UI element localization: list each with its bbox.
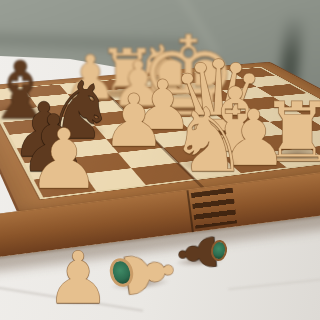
piece-white-pawn-a1[interactable]: ♟ xyxy=(27,119,101,202)
pieces-layer: ♟♜♞♝♟♚♞♟♟♟♛♟♝♟♞♟♜♟♟♟ xyxy=(0,0,320,320)
photo-scene: ♟♜♞♝♟♚♞♟♟♟♛♟♝♟♞♟♜♟♟♟ xyxy=(0,0,320,320)
piece-white-pawn-c3[interactable]: ♟ xyxy=(101,85,166,158)
piece-white-knight-d1[interactable]: ♞ xyxy=(169,97,248,186)
piece-white-pawn-off-board[interactable]: ♟ xyxy=(46,242,111,314)
